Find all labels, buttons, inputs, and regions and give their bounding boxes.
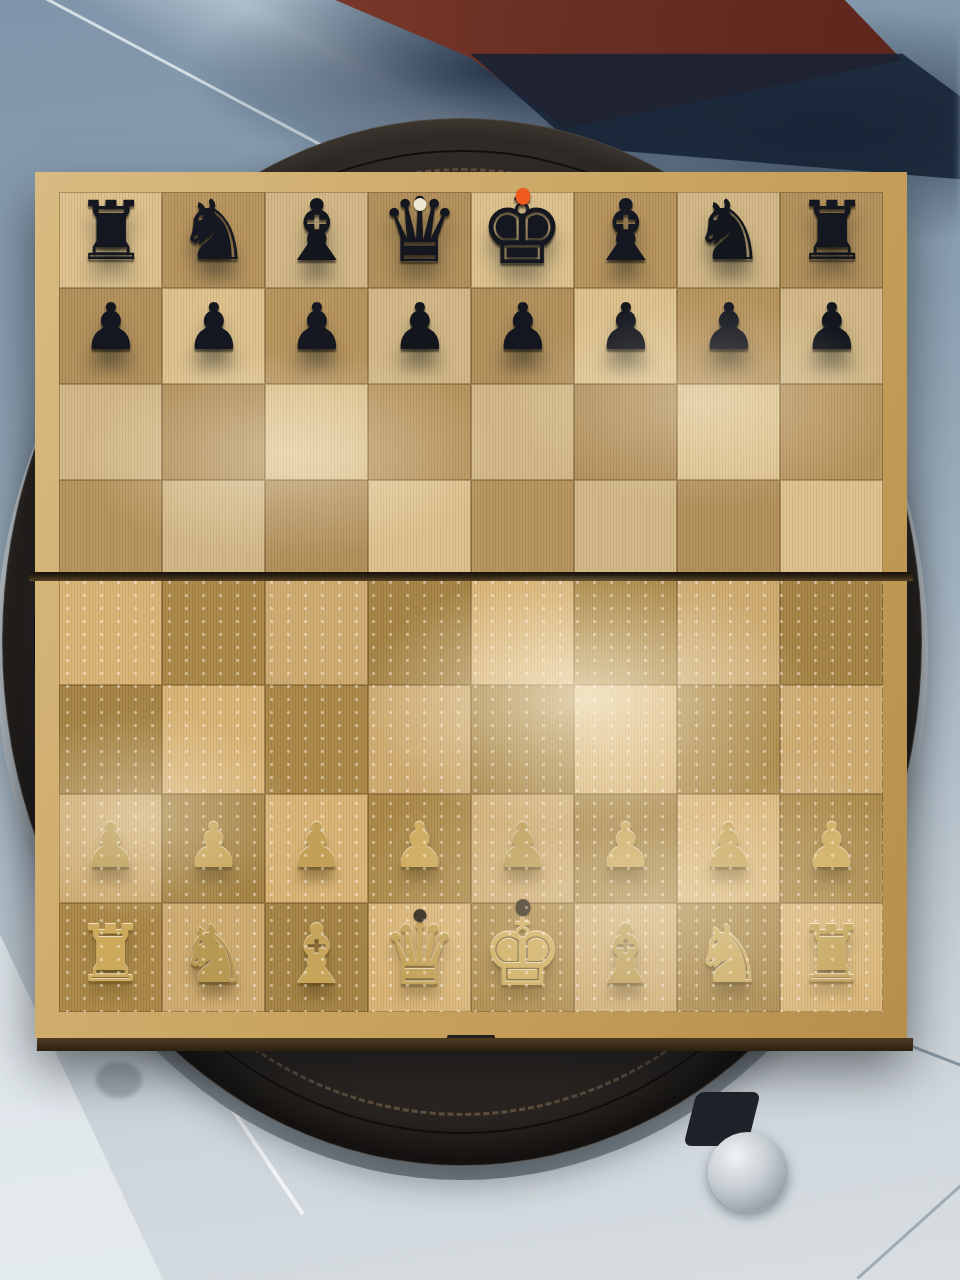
piece-white-king: ♚ [471,903,574,1012]
piece-finial-dot [515,899,530,916]
piece-white-rook: ♜ [780,903,883,1012]
piece-black-pawn: ♟ [59,288,162,384]
square-b5 [162,480,265,576]
square-e5 [471,480,574,576]
piece-black-pawn: ♟ [677,288,780,384]
square-b7: ♟ [162,288,265,384]
piece-black-rook: ♜ [780,192,883,288]
square-c6 [265,384,368,480]
piece-white-queen: ♛ [368,903,471,1012]
square-e4 [471,576,574,685]
square-c3 [265,685,368,794]
square-f5 [574,480,677,576]
white-knight-icon: ♞ [693,919,765,991]
square-g5 [677,480,780,576]
white-knight-icon: ♞ [178,919,250,991]
black-knight-icon: ♞ [176,194,251,269]
piece-black-king: ♚ [471,192,574,288]
square-e2: ♟ [471,794,574,903]
square-h5 [780,480,883,576]
white-pawn-icon: ♟ [495,818,551,874]
square-h2: ♟ [780,794,883,903]
white-bishop-icon: ♝ [280,918,354,992]
piece-white-pawn: ♟ [59,794,162,903]
piece-black-knight: ♞ [677,192,780,288]
board-clasp [447,1035,495,1050]
piece-white-pawn: ♟ [677,794,780,903]
square-b1: ♞ [162,903,265,1012]
piece-finial-dot [413,198,426,211]
square-a6 [59,384,162,480]
square-d6 [368,384,471,480]
black-pawn-icon: ♟ [391,298,449,356]
square-a4 [59,576,162,685]
chess-set-photo: ♜♞♝♛♚♝♞♜♟♟♟♟♟♟♟♟♟♟♟♟♟♟♟♟♜♞♝♛♚♝♞♜ [0,0,960,1280]
board-fold-hinge-line [29,572,913,581]
square-a7: ♟ [59,288,162,384]
black-pawn-icon: ♟ [700,298,758,356]
white-queen-icon: ♛ [381,916,458,993]
square-h4 [780,576,883,685]
white-rook-icon: ♜ [797,919,867,989]
square-a5 [59,480,162,576]
square-f2: ♟ [574,794,677,903]
black-knight-icon: ♞ [691,194,766,269]
square-d7: ♟ [368,288,471,384]
white-pawn-icon: ♟ [701,818,757,874]
square-f6 [574,384,677,480]
square-c4 [265,576,368,685]
square-d5 [368,480,471,576]
square-f3 [574,685,677,794]
square-d8: ♛ [368,192,471,288]
white-pawn-icon: ♟ [289,818,345,874]
square-a8: ♜ [59,192,162,288]
square-e8: ♚ [471,192,574,288]
piece-white-rook: ♜ [59,903,162,1012]
piece-black-queen: ♛ [368,192,471,288]
square-d4 [368,576,471,685]
piece-black-pawn: ♟ [265,288,368,384]
black-pawn-icon: ♟ [803,298,861,356]
square-b8: ♞ [162,192,265,288]
square-g6 [677,384,780,480]
square-d3 [368,685,471,794]
piece-finial-dot [515,188,530,205]
square-f7: ♟ [574,288,677,384]
square-e6 [471,384,574,480]
square-b3 [162,685,265,794]
white-rook-icon: ♜ [76,919,146,989]
piece-white-pawn: ♟ [368,794,471,903]
piece-white-pawn: ♟ [574,794,677,903]
black-pawn-icon: ♟ [288,298,346,356]
piece-black-rook: ♜ [59,192,162,288]
white-pawn-icon: ♟ [804,818,860,874]
piece-white-bishop: ♝ [574,903,677,1012]
piece-white-pawn: ♟ [265,794,368,903]
square-c5 [265,480,368,576]
black-pawn-icon: ♟ [597,298,655,356]
piece-white-knight: ♞ [677,903,780,1012]
square-c1: ♝ [265,903,368,1012]
white-pawn-icon: ♟ [598,818,654,874]
square-h1: ♜ [780,903,883,1012]
square-g4 [677,576,780,685]
square-e1: ♚ [471,903,574,1012]
square-b2: ♟ [162,794,265,903]
square-h3 [780,685,883,794]
square-a2: ♟ [59,794,162,903]
square-d1: ♛ [368,903,471,1012]
black-pawn-icon: ♟ [494,298,552,356]
square-g3 [677,685,780,794]
square-a1: ♜ [59,903,162,1012]
black-pawn-icon: ♟ [82,298,140,356]
piece-finial-dot [413,909,426,922]
square-g2: ♟ [677,794,780,903]
square-b4 [162,576,265,685]
square-g8: ♞ [677,192,780,288]
white-pawn-icon: ♟ [83,818,139,874]
square-d2: ♟ [368,794,471,903]
square-f4 [574,576,677,685]
square-c7: ♟ [265,288,368,384]
piece-black-pawn: ♟ [471,288,574,384]
piece-white-pawn: ♟ [471,794,574,903]
square-e7: ♟ [471,288,574,384]
square-h7: ♟ [780,288,883,384]
piece-white-bishop: ♝ [265,903,368,1012]
square-f8: ♝ [574,192,677,288]
black-bishop-icon: ♝ [587,193,663,270]
piece-black-pawn: ♟ [780,288,883,384]
piece-white-pawn: ♟ [162,794,265,903]
square-h6 [780,384,883,480]
white-pawn-icon: ♟ [186,818,242,874]
piece-white-pawn: ♟ [780,794,883,903]
square-f1: ♝ [574,903,677,1012]
piece-black-pawn: ♟ [574,288,677,384]
floor-stain [96,1062,142,1098]
board-squares: ♜♞♝♛♚♝♞♜♟♟♟♟♟♟♟♟♟♟♟♟♟♟♟♟♜♞♝♛♚♝♞♜ [59,192,883,1012]
black-bishop-icon: ♝ [278,193,354,270]
chess-board: ♜♞♝♛♚♝♞♜♟♟♟♟♟♟♟♟♟♟♟♟♟♟♟♟♜♞♝♛♚♝♞♜ [35,172,907,1038]
square-h8: ♜ [780,192,883,288]
piece-black-knight: ♞ [162,192,265,288]
piece-black-pawn: ♟ [368,288,471,384]
piece-black-pawn: ♟ [162,288,265,384]
black-rook-icon: ♜ [74,195,147,268]
square-c8: ♝ [265,192,368,288]
white-pawn-icon: ♟ [392,818,448,874]
square-c2: ♟ [265,794,368,903]
piece-black-bishop: ♝ [574,192,677,288]
square-a3 [59,685,162,794]
white-king-icon: ♚ [481,913,563,996]
piece-white-knight: ♞ [162,903,265,1012]
black-rook-icon: ♜ [795,195,868,268]
square-g7: ♟ [677,288,780,384]
piece-black-bishop: ♝ [265,192,368,288]
table-foot-disc [708,1132,788,1212]
square-b6 [162,384,265,480]
square-g1: ♞ [677,903,780,1012]
black-pawn-icon: ♟ [185,298,243,356]
square-e3 [471,685,574,794]
white-bishop-icon: ♝ [589,918,663,992]
